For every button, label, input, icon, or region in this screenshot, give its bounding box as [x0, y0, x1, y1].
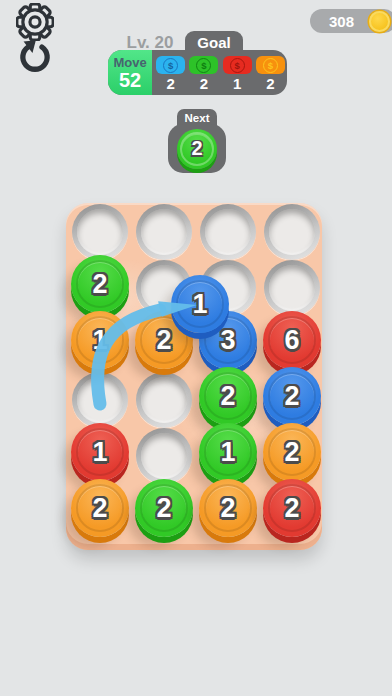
- blue-coin-2[interactable]: 2: [263, 367, 321, 425]
- cell-r5c3: 1: [196, 428, 260, 484]
- goal-item-orange: $2: [255, 56, 285, 92]
- orange-coin-2[interactable]: 2: [71, 479, 129, 537]
- cell-r5c4: 2: [260, 428, 324, 484]
- dollar-symbol: $: [163, 58, 178, 73]
- goal-panel: Move 52 $2$2$1$2: [108, 50, 287, 95]
- goal-item-blue: $2: [156, 56, 186, 92]
- moves-box: Move 52: [108, 50, 152, 95]
- cell-r4c3: 2: [196, 372, 260, 428]
- cell-r1c3: [196, 204, 260, 260]
- cell-r1c1: [68, 204, 132, 260]
- cell-r5c1: 1: [68, 428, 132, 484]
- blue-dollar-badge-icon: $: [156, 56, 185, 74]
- red-coin-1[interactable]: 1: [71, 423, 129, 481]
- cell-r6c2: 2: [132, 484, 196, 540]
- settings-button[interactable]: [16, 3, 54, 41]
- green-coin-2[interactable]: 2: [71, 255, 129, 313]
- slot: [136, 372, 192, 428]
- goal-items: $2$2$1$2: [154, 50, 287, 95]
- goal-count: 2: [166, 75, 174, 92]
- orange-coin-2[interactable]: 2: [263, 423, 321, 481]
- red-dollar-badge-icon: $: [223, 56, 252, 74]
- slot: [72, 372, 128, 428]
- cell-r4c1: [68, 372, 132, 428]
- coin-counter[interactable]: 308: [310, 9, 392, 33]
- orange-coin-2[interactable]: 2: [199, 479, 257, 537]
- next-coin: 2: [177, 129, 217, 169]
- red-coin-6[interactable]: 6: [263, 311, 321, 369]
- game-screen: 308 Lv. 20 Goal Move 52 $2$2$1$2 Next 2 …: [0, 0, 392, 696]
- cell-r3c1: 1: [68, 316, 132, 372]
- green-coin-2[interactable]: 2: [135, 479, 193, 537]
- cell-r5c2: [132, 428, 196, 484]
- green-coin-2[interactable]: 2: [199, 367, 257, 425]
- moves-left: 52: [119, 70, 141, 90]
- green-dollar-badge-icon: $: [189, 56, 218, 74]
- cell-r3c4: 6: [260, 316, 324, 372]
- green-coin-1[interactable]: 1: [199, 423, 257, 481]
- next-preview: 2: [168, 124, 226, 173]
- goal-count: 2: [266, 75, 274, 92]
- goal-count: 1: [233, 75, 241, 92]
- red-coin-2[interactable]: 2: [263, 479, 321, 537]
- cell-r2c4: [260, 260, 324, 316]
- restart-button[interactable]: [17, 38, 53, 74]
- slot: [136, 204, 192, 260]
- game-board: 21236221122222 1: [66, 203, 322, 550]
- cell-r1c4: [260, 204, 324, 260]
- goal-item-green: $2: [189, 56, 219, 92]
- cell-r6c3: 2: [196, 484, 260, 540]
- orange-dollar-badge-icon: $: [256, 56, 285, 74]
- gold-coin-icon: [369, 11, 390, 32]
- slot: [72, 204, 128, 260]
- slot: [264, 204, 320, 260]
- goal-item-red: $1: [222, 56, 252, 92]
- cell-r1c2: [132, 204, 196, 260]
- cell-r6c4: 2: [260, 484, 324, 540]
- dragged-coin[interactable]: 1: [171, 275, 229, 333]
- undo-icon: [17, 62, 53, 77]
- board-grid: 21236221122222: [68, 204, 324, 540]
- slot: [136, 428, 192, 484]
- dollar-symbol: $: [196, 58, 211, 73]
- dollar-symbol: $: [230, 58, 245, 73]
- cell-r6c1: 2: [68, 484, 132, 540]
- move-label: Move: [113, 56, 146, 70]
- orange-coin-1[interactable]: 1: [71, 311, 129, 369]
- dollar-symbol: $: [263, 58, 278, 73]
- cell-r4c4: 2: [260, 372, 324, 428]
- cell-r2c1: 2: [68, 260, 132, 316]
- coin-count: 308: [310, 13, 369, 30]
- cell-r4c2: [132, 372, 196, 428]
- slot: [264, 260, 320, 316]
- slot: [200, 204, 256, 260]
- goal-count: 2: [200, 75, 208, 92]
